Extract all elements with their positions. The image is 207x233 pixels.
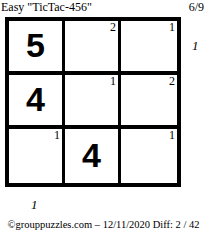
cell-value-r2c1: 4 <box>82 138 101 174</box>
cell-r2c0[interactable]: 1 <box>9 129 65 183</box>
cell-r0c0[interactable]: 5 <box>9 21 65 75</box>
cell-r2c2[interactable]: 1 <box>121 129 177 183</box>
cell-r1c2[interactable]: 2 <box>121 75 177 129</box>
corner-clue-r1c1: 1 <box>110 74 116 88</box>
corner-clue-r0c2: 1 <box>169 20 175 34</box>
puzzle-progress: 6/9 <box>189 0 204 15</box>
puzzle-board: 5 2 1 4 1 2 1 4 <box>5 17 181 187</box>
corner-clue-r1c2: 2 <box>169 74 175 88</box>
corner-clue-r2c0: 1 <box>54 128 60 142</box>
copyright-footer: ©grouppuzzles.com – 12/11/2020 Diff: 2 /… <box>0 218 207 231</box>
corner-clue-r2c2: 1 <box>169 128 175 142</box>
cell-r0c1[interactable]: 2 <box>65 21 121 75</box>
cell-r0c2[interactable]: 1 <box>121 21 177 75</box>
cell-value-r0c0: 5 <box>26 28 45 64</box>
cell-r1c0[interactable]: 4 <box>9 75 65 129</box>
corner-clue-r0c1: 2 <box>110 20 116 34</box>
row-label-right-1: 1 <box>192 38 199 54</box>
puzzle-page: Easy "TicTac-456" 6/9 5 2 1 4 1 2 <box>0 0 207 233</box>
cell-value-r1c0: 4 <box>26 82 45 118</box>
cell-r1c1[interactable]: 1 <box>65 75 121 129</box>
puzzle-title: Easy "TicTac-456" <box>1 0 92 15</box>
col-label-bottom-1: 1 <box>31 197 38 213</box>
cell-r2c1[interactable]: 4 <box>65 129 121 183</box>
